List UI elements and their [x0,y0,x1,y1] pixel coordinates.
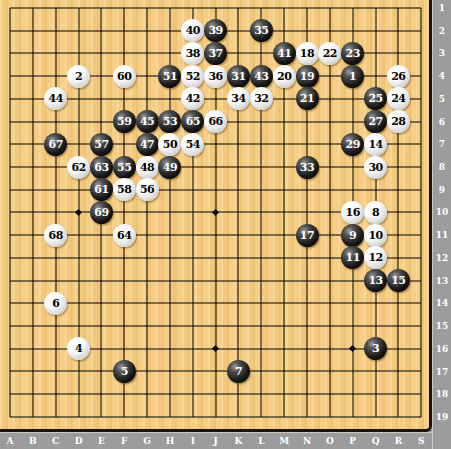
intersection-J4[interactable]: 36 [204,65,227,88]
intersection-G12[interactable] [136,247,159,270]
intersection-N5[interactable]: 21 [296,87,319,110]
stone-black-67[interactable]: 67 [44,133,67,156]
intersection-K13[interactable] [227,269,250,292]
intersection-J5[interactable] [204,87,227,110]
intersection-K5[interactable]: 34 [227,87,250,110]
intersection-L6[interactable] [250,110,273,133]
intersection-B6[interactable] [21,110,44,133]
stone-black-69[interactable]: 69 [90,201,113,224]
intersection-R7[interactable] [387,133,410,156]
intersection-A16[interactable] [0,337,21,360]
intersection-K8[interactable] [227,156,250,179]
intersection-R3[interactable] [387,42,410,65]
intersection-Q6[interactable]: 27 [364,110,387,133]
intersection-B14[interactable] [21,292,44,315]
intersection-G4[interactable] [136,65,159,88]
intersection-N10[interactable] [296,201,319,224]
intersection-C6[interactable] [44,110,67,133]
intersection-G9[interactable]: 56 [136,178,159,201]
intersection-P18[interactable] [341,383,364,406]
intersection-F8[interactable]: 55 [113,156,136,179]
intersection-A5[interactable] [0,87,21,110]
intersection-C1[interactable] [44,0,67,19]
intersection-L3[interactable] [250,42,273,65]
intersection-I4[interactable]: 52 [181,65,204,88]
intersection-E13[interactable] [90,269,113,292]
intersection-M9[interactable] [273,178,296,201]
intersection-S1[interactable] [410,0,432,19]
intersection-J8[interactable] [204,156,227,179]
intersection-L7[interactable] [250,133,273,156]
stone-black-11[interactable]: 11 [341,246,364,269]
intersection-C15[interactable] [44,315,67,338]
stone-black-31[interactable]: 31 [227,65,250,88]
intersection-G8[interactable]: 48 [136,156,159,179]
intersection-S16[interactable] [410,337,432,360]
stone-white-22[interactable]: 22 [318,42,341,65]
intersection-C5[interactable]: 44 [44,87,67,110]
intersection-D18[interactable] [67,383,90,406]
stone-white-48[interactable]: 48 [136,156,159,179]
intersection-D11[interactable] [67,224,90,247]
intersection-N1[interactable] [296,0,319,19]
intersection-K1[interactable] [227,0,250,19]
intersection-A11[interactable] [0,224,21,247]
intersection-D5[interactable] [67,87,90,110]
intersection-R2[interactable] [387,19,410,42]
intersection-N17[interactable] [296,360,319,383]
intersection-R8[interactable] [387,156,410,179]
stone-white-10[interactable]: 10 [364,224,387,247]
stone-white-58[interactable]: 58 [113,178,136,201]
intersection-B13[interactable] [21,269,44,292]
intersection-D3[interactable] [67,42,90,65]
intersection-Q8[interactable]: 30 [364,156,387,179]
intersection-N4[interactable]: 19 [296,65,319,88]
intersection-D8[interactable]: 62 [67,156,90,179]
intersection-Q13[interactable]: 13 [364,269,387,292]
intersection-H11[interactable] [159,224,182,247]
intersection-M8[interactable] [273,156,296,179]
intersection-R16[interactable] [387,337,410,360]
stone-black-55[interactable]: 55 [113,156,136,179]
intersection-C17[interactable] [44,360,67,383]
intersection-O19[interactable] [318,406,341,429]
intersection-K17[interactable]: 7 [227,360,250,383]
intersection-M11[interactable] [273,224,296,247]
intersection-G7[interactable]: 47 [136,133,159,156]
intersection-Q18[interactable] [364,383,387,406]
intersection-M19[interactable] [273,406,296,429]
intersection-E8[interactable]: 63 [90,156,113,179]
intersection-B18[interactable] [21,383,44,406]
intersection-Q2[interactable] [364,19,387,42]
intersection-H14[interactable] [159,292,182,315]
intersection-R10[interactable] [387,201,410,224]
intersection-N9[interactable] [296,178,319,201]
intersection-E17[interactable] [90,360,113,383]
stone-white-28[interactable]: 28 [387,110,410,133]
intersection-E10[interactable]: 69 [90,201,113,224]
intersection-F19[interactable] [113,406,136,429]
intersection-M18[interactable] [273,383,296,406]
intersection-F9[interactable]: 58 [113,178,136,201]
intersection-H8[interactable]: 49 [159,156,182,179]
intersection-M7[interactable] [273,133,296,156]
intersection-C3[interactable] [44,42,67,65]
intersection-G14[interactable] [136,292,159,315]
intersection-S17[interactable] [410,360,432,383]
intersection-Q7[interactable]: 14 [364,133,387,156]
intersection-I13[interactable] [181,269,204,292]
stone-white-50[interactable]: 50 [158,133,181,156]
intersection-G13[interactable] [136,269,159,292]
intersection-G19[interactable] [136,406,159,429]
intersection-F7[interactable] [113,133,136,156]
intersection-D19[interactable] [67,406,90,429]
stone-white-68[interactable]: 68 [44,224,67,247]
intersection-D9[interactable] [67,178,90,201]
intersection-A12[interactable] [0,247,21,270]
intersection-G1[interactable] [136,0,159,19]
stone-black-13[interactable]: 13 [364,269,387,292]
intersection-J7[interactable] [204,133,227,156]
intersection-G3[interactable] [136,42,159,65]
intersection-B5[interactable] [21,87,44,110]
intersection-H10[interactable] [159,201,182,224]
intersection-G16[interactable] [136,337,159,360]
intersection-F10[interactable] [113,201,136,224]
intersection-C14[interactable]: 6 [44,292,67,315]
intersection-I19[interactable] [181,406,204,429]
intersection-P3[interactable]: 23 [341,42,364,65]
intersection-R9[interactable] [387,178,410,201]
intersection-H5[interactable] [159,87,182,110]
stone-black-27[interactable]: 27 [364,110,387,133]
intersection-H17[interactable] [159,360,182,383]
intersection-I15[interactable] [181,315,204,338]
intersection-Q12[interactable]: 12 [364,247,387,270]
intersection-E7[interactable]: 57 [90,133,113,156]
intersection-E9[interactable]: 61 [90,178,113,201]
intersection-L16[interactable] [250,337,273,360]
intersection-C2[interactable] [44,19,67,42]
stone-white-36[interactable]: 36 [204,65,227,88]
intersection-M6[interactable] [273,110,296,133]
intersection-E12[interactable] [90,247,113,270]
intersection-H6[interactable]: 53 [159,110,182,133]
intersection-M14[interactable] [273,292,296,315]
intersection-E19[interactable] [90,406,113,429]
stone-black-47[interactable]: 47 [136,133,159,156]
intersection-Q4[interactable] [364,65,387,88]
intersection-Q9[interactable] [364,178,387,201]
stone-black-59[interactable]: 59 [113,110,136,133]
intersection-D13[interactable] [67,269,90,292]
intersection-A7[interactable] [0,133,21,156]
stone-black-3[interactable]: 3 [364,337,387,360]
intersection-O1[interactable] [318,0,341,19]
intersection-E11[interactable] [90,224,113,247]
intersection-G17[interactable] [136,360,159,383]
intersection-E15[interactable] [90,315,113,338]
intersection-F17[interactable]: 5 [113,360,136,383]
intersection-Q5[interactable]: 25 [364,87,387,110]
intersection-E5[interactable] [90,87,113,110]
intersection-R15[interactable] [387,315,410,338]
intersection-R17[interactable] [387,360,410,383]
intersection-S14[interactable] [410,292,432,315]
intersection-L10[interactable] [250,201,273,224]
intersection-A15[interactable] [0,315,21,338]
intersection-S11[interactable] [410,224,432,247]
intersection-A13[interactable] [0,269,21,292]
intersection-I14[interactable] [181,292,204,315]
intersection-K18[interactable] [227,383,250,406]
intersection-B4[interactable] [21,65,44,88]
intersection-I5[interactable]: 42 [181,87,204,110]
intersection-C8[interactable] [44,156,67,179]
stone-black-9[interactable]: 9 [341,224,364,247]
intersection-K14[interactable] [227,292,250,315]
intersection-S8[interactable] [410,156,432,179]
intersection-P17[interactable] [341,360,364,383]
intersection-J3[interactable]: 37 [204,42,227,65]
intersection-H18[interactable] [159,383,182,406]
intersection-D10[interactable] [67,201,90,224]
intersection-O16[interactable] [318,337,341,360]
intersection-O3[interactable]: 22 [318,42,341,65]
intersection-N3[interactable]: 18 [296,42,319,65]
intersection-F1[interactable] [113,0,136,19]
intersection-S7[interactable] [410,133,432,156]
intersection-D6[interactable] [67,110,90,133]
intersection-O18[interactable] [318,383,341,406]
intersection-A6[interactable] [0,110,21,133]
intersection-C13[interactable] [44,269,67,292]
intersection-M12[interactable] [273,247,296,270]
intersection-D4[interactable]: 2 [67,65,90,88]
intersection-E14[interactable] [90,292,113,315]
stone-white-32[interactable]: 32 [250,87,273,110]
intersection-O9[interactable] [318,178,341,201]
intersection-B19[interactable] [21,406,44,429]
intersection-A1[interactable] [0,0,21,19]
intersection-M16[interactable] [273,337,296,360]
intersection-N11[interactable]: 17 [296,224,319,247]
intersection-K10[interactable] [227,201,250,224]
intersection-B1[interactable] [21,0,44,19]
intersection-M3[interactable]: 41 [273,42,296,65]
intersection-S10[interactable] [410,201,432,224]
intersection-Q11[interactable]: 10 [364,224,387,247]
intersection-F12[interactable] [113,247,136,270]
intersection-I1[interactable] [181,0,204,19]
intersection-B9[interactable] [21,178,44,201]
intersection-I10[interactable] [181,201,204,224]
intersection-Q10[interactable]: 8 [364,201,387,224]
intersection-S15[interactable] [410,315,432,338]
intersection-L13[interactable] [250,269,273,292]
intersection-S12[interactable] [410,247,432,270]
intersection-Q15[interactable] [364,315,387,338]
intersection-R18[interactable] [387,383,410,406]
intersection-K4[interactable]: 31 [227,65,250,88]
intersection-K3[interactable] [227,42,250,65]
intersection-I16[interactable] [181,337,204,360]
intersection-P8[interactable] [341,156,364,179]
intersection-L17[interactable] [250,360,273,383]
intersection-E16[interactable] [90,337,113,360]
intersection-R4[interactable]: 26 [387,65,410,88]
intersection-D17[interactable] [67,360,90,383]
intersection-S2[interactable] [410,19,432,42]
intersection-C16[interactable] [44,337,67,360]
intersection-F3[interactable] [113,42,136,65]
stone-white-66[interactable]: 66 [204,110,227,133]
intersection-I17[interactable] [181,360,204,383]
intersection-D14[interactable] [67,292,90,315]
intersection-B12[interactable] [21,247,44,270]
intersection-K19[interactable] [227,406,250,429]
stone-white-44[interactable]: 44 [44,87,67,110]
intersection-R1[interactable] [387,0,410,19]
intersection-C10[interactable] [44,201,67,224]
intersection-M2[interactable] [273,19,296,42]
intersection-S18[interactable] [410,383,432,406]
intersection-O2[interactable] [318,19,341,42]
intersection-B3[interactable] [21,42,44,65]
intersection-L12[interactable] [250,247,273,270]
intersection-M13[interactable] [273,269,296,292]
stone-black-7[interactable]: 7 [227,360,250,383]
intersection-H12[interactable] [159,247,182,270]
intersection-L8[interactable] [250,156,273,179]
intersection-E6[interactable] [90,110,113,133]
intersection-O12[interactable] [318,247,341,270]
intersection-Q19[interactable] [364,406,387,429]
stone-black-43[interactable]: 43 [250,65,273,88]
intersection-J6[interactable]: 66 [204,110,227,133]
intersection-B15[interactable] [21,315,44,338]
intersection-N13[interactable] [296,269,319,292]
intersection-C4[interactable] [44,65,67,88]
intersection-L9[interactable] [250,178,273,201]
intersection-E2[interactable] [90,19,113,42]
intersection-J1[interactable] [204,0,227,19]
intersection-C7[interactable]: 67 [44,133,67,156]
intersection-N18[interactable] [296,383,319,406]
intersection-G6[interactable]: 45 [136,110,159,133]
intersection-A3[interactable] [0,42,21,65]
intersection-F13[interactable] [113,269,136,292]
intersection-O14[interactable] [318,292,341,315]
intersection-I18[interactable] [181,383,204,406]
intersection-L19[interactable] [250,406,273,429]
stone-white-42[interactable]: 42 [181,87,204,110]
intersection-M1[interactable] [273,0,296,19]
intersection-K2[interactable] [227,19,250,42]
intersection-F15[interactable] [113,315,136,338]
intersection-I9[interactable] [181,178,204,201]
intersection-K12[interactable] [227,247,250,270]
intersection-K9[interactable] [227,178,250,201]
intersection-N12[interactable] [296,247,319,270]
intersection-A2[interactable] [0,19,21,42]
intersection-Q1[interactable] [364,0,387,19]
intersection-A9[interactable] [0,178,21,201]
stone-white-24[interactable]: 24 [387,87,410,110]
intersection-P11[interactable]: 9 [341,224,364,247]
intersection-B2[interactable] [21,19,44,42]
intersection-R12[interactable] [387,247,410,270]
intersection-P6[interactable] [341,110,364,133]
stone-black-41[interactable]: 41 [273,42,296,65]
intersection-P19[interactable] [341,406,364,429]
intersection-F4[interactable]: 60 [113,65,136,88]
intersection-F14[interactable] [113,292,136,315]
intersection-G10[interactable] [136,201,159,224]
intersection-P7[interactable]: 29 [341,133,364,156]
stone-white-52[interactable]: 52 [181,65,204,88]
intersection-C18[interactable] [44,383,67,406]
intersection-F5[interactable] [113,87,136,110]
intersection-R6[interactable]: 28 [387,110,410,133]
intersection-Q14[interactable] [364,292,387,315]
intersection-D15[interactable] [67,315,90,338]
stone-black-21[interactable]: 21 [296,87,319,110]
intersection-H19[interactable] [159,406,182,429]
intersection-P13[interactable] [341,269,364,292]
intersection-A14[interactable] [0,292,21,315]
intersection-N15[interactable] [296,315,319,338]
intersection-H4[interactable]: 51 [159,65,182,88]
intersection-O11[interactable] [318,224,341,247]
intersection-K16[interactable] [227,337,250,360]
intersection-P14[interactable] [341,292,364,315]
intersection-A10[interactable] [0,201,21,224]
intersection-R5[interactable]: 24 [387,87,410,110]
intersection-N16[interactable] [296,337,319,360]
intersection-E3[interactable] [90,42,113,65]
intersection-O4[interactable] [318,65,341,88]
intersection-M15[interactable] [273,315,296,338]
intersection-A17[interactable] [0,360,21,383]
intersection-C19[interactable] [44,406,67,429]
stone-black-51[interactable]: 51 [158,65,181,88]
intersection-G18[interactable] [136,383,159,406]
intersection-J15[interactable] [204,315,227,338]
intersection-I7[interactable]: 54 [181,133,204,156]
intersection-J16[interactable] [204,337,227,360]
intersection-G11[interactable] [136,224,159,247]
intersection-P9[interactable] [341,178,364,201]
stone-black-5[interactable]: 5 [113,360,136,383]
intersection-L1[interactable] [250,0,273,19]
intersection-G2[interactable] [136,19,159,42]
intersection-D7[interactable] [67,133,90,156]
intersection-I6[interactable]: 65 [181,110,204,133]
intersection-S13[interactable] [410,269,432,292]
intersection-P1[interactable] [341,0,364,19]
intersection-L2[interactable]: 35 [250,19,273,42]
stone-white-8[interactable]: 8 [364,201,387,224]
intersection-L14[interactable] [250,292,273,315]
stone-black-61[interactable]: 61 [90,178,113,201]
intersection-R19[interactable] [387,406,410,429]
intersection-S4[interactable] [410,65,432,88]
stone-white-2[interactable]: 2 [67,65,90,88]
